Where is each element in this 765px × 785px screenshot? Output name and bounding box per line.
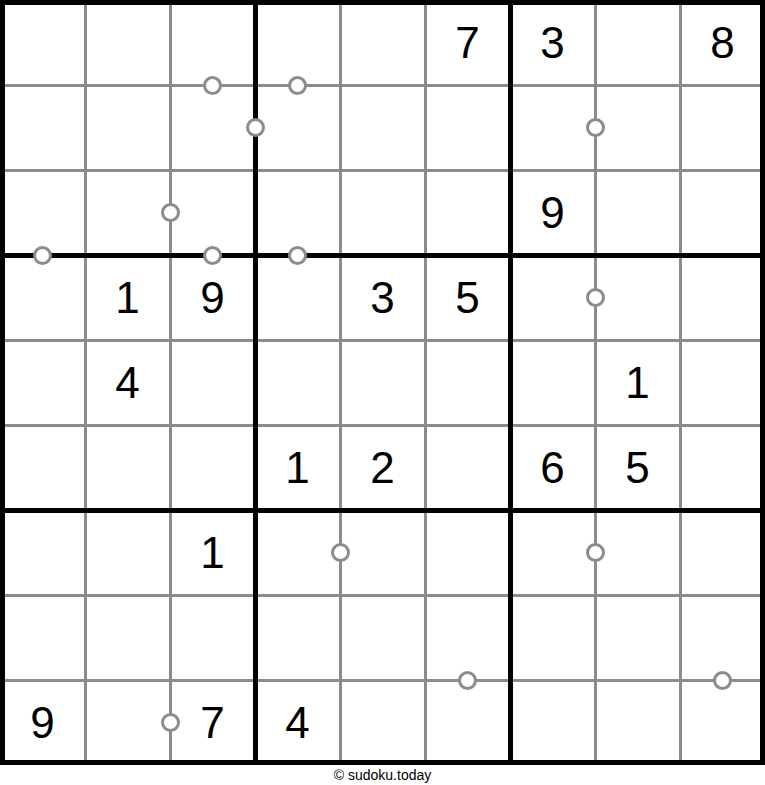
cell-r1c9[interactable]: 8 — [680, 0, 765, 85]
cell-r5c1[interactable] — [0, 340, 85, 425]
cell-r6c1[interactable] — [0, 425, 85, 510]
cell-r4c8[interactable] — [595, 255, 680, 340]
cell-r9c3[interactable]: 7 — [170, 680, 255, 765]
cell-r2c4[interactable] — [255, 85, 340, 170]
cell-r6c4[interactable]: 1 — [255, 425, 340, 510]
cell-r7c5[interactable] — [340, 510, 425, 595]
cell-r5c6[interactable] — [425, 340, 510, 425]
cell-r1c1[interactable] — [0, 0, 85, 85]
cell-r6c8[interactable]: 5 — [595, 425, 680, 510]
cell-r9c7[interactable] — [510, 680, 595, 765]
cell-r2c9[interactable] — [680, 85, 765, 170]
cell-r8c2[interactable] — [85, 595, 170, 680]
sudoku-board: 738919354112651974 — [0, 0, 765, 765]
cell-r6c5[interactable]: 2 — [340, 425, 425, 510]
cell-r4c5[interactable]: 3 — [340, 255, 425, 340]
cell-r2c3[interactable] — [170, 85, 255, 170]
cell-r9c4[interactable]: 4 — [255, 680, 340, 765]
cell-r2c2[interactable] — [85, 85, 170, 170]
cell-r1c5[interactable] — [340, 0, 425, 85]
cell-r8c5[interactable] — [340, 595, 425, 680]
cell-r8c1[interactable] — [0, 595, 85, 680]
cell-r2c5[interactable] — [340, 85, 425, 170]
cell-r4c3[interactable]: 9 — [170, 255, 255, 340]
cell-r7c4[interactable] — [255, 510, 340, 595]
cell-r9c8[interactable] — [595, 680, 680, 765]
cell-r3c9[interactable] — [680, 170, 765, 255]
cell-r8c3[interactable] — [170, 595, 255, 680]
cell-r5c3[interactable] — [170, 340, 255, 425]
cell-r3c7[interactable]: 9 — [510, 170, 595, 255]
cell-r6c6[interactable] — [425, 425, 510, 510]
cell-r9c6[interactable] — [425, 680, 510, 765]
cell-r1c4[interactable] — [255, 0, 340, 85]
cell-r7c9[interactable] — [680, 510, 765, 595]
cell-r3c6[interactable] — [425, 170, 510, 255]
cell-r3c5[interactable] — [340, 170, 425, 255]
cell-r8c6[interactable] — [425, 595, 510, 680]
cell-r3c4[interactable] — [255, 170, 340, 255]
cell-r2c7[interactable] — [510, 85, 595, 170]
cell-r3c8[interactable] — [595, 170, 680, 255]
cell-r6c2[interactable] — [85, 425, 170, 510]
cell-r1c6[interactable]: 7 — [425, 0, 510, 85]
cell-r7c3[interactable]: 1 — [170, 510, 255, 595]
cell-r5c8[interactable]: 1 — [595, 340, 680, 425]
page: 738919354112651974 © sudoku.today — [0, 0, 765, 785]
cell-r1c3[interactable] — [170, 0, 255, 85]
cell-r7c2[interactable] — [85, 510, 170, 595]
cell-r9c9[interactable] — [680, 680, 765, 765]
cell-r6c7[interactable]: 6 — [510, 425, 595, 510]
cell-r5c2[interactable]: 4 — [85, 340, 170, 425]
cell-r7c1[interactable] — [0, 510, 85, 595]
cell-r8c9[interactable] — [680, 595, 765, 680]
cell-r9c5[interactable] — [340, 680, 425, 765]
cell-r1c8[interactable] — [595, 0, 680, 85]
cell-r7c7[interactable] — [510, 510, 595, 595]
cell-r5c7[interactable] — [510, 340, 595, 425]
cell-r4c9[interactable] — [680, 255, 765, 340]
cell-r2c1[interactable] — [0, 85, 85, 170]
cell-r4c1[interactable] — [0, 255, 85, 340]
cell-r5c5[interactable] — [340, 340, 425, 425]
cell-r3c2[interactable] — [85, 170, 170, 255]
cell-r4c2[interactable]: 1 — [85, 255, 170, 340]
copyright-footer: © sudoku.today — [0, 766, 765, 785]
cell-r3c1[interactable] — [0, 170, 85, 255]
cell-r5c4[interactable] — [255, 340, 340, 425]
cell-r4c4[interactable] — [255, 255, 340, 340]
cell-r5c9[interactable] — [680, 340, 765, 425]
cell-r7c8[interactable] — [595, 510, 680, 595]
copyright-text: © sudoku.today — [334, 767, 432, 783]
cell-r6c3[interactable] — [170, 425, 255, 510]
cell-r7c6[interactable] — [425, 510, 510, 595]
cell-r3c3[interactable] — [170, 170, 255, 255]
cell-r8c8[interactable] — [595, 595, 680, 680]
cell-r2c6[interactable] — [425, 85, 510, 170]
cell-r2c8[interactable] — [595, 85, 680, 170]
cell-r1c7[interactable]: 3 — [510, 0, 595, 85]
cell-r6c9[interactable] — [680, 425, 765, 510]
cell-r8c4[interactable] — [255, 595, 340, 680]
cell-r9c2[interactable] — [85, 680, 170, 765]
cell-r8c7[interactable] — [510, 595, 595, 680]
cell-r4c7[interactable] — [510, 255, 595, 340]
cell-r9c1[interactable]: 9 — [0, 680, 85, 765]
cell-r4c6[interactable]: 5 — [425, 255, 510, 340]
cell-r1c2[interactable] — [85, 0, 170, 85]
